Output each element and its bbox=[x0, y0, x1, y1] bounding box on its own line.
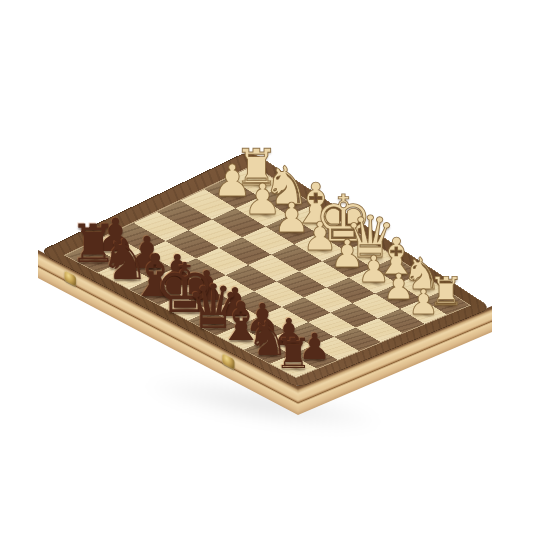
chess-set-photo: ♜♞♝♚♛♝♞♜♟♟♟♟♟♟♟♟♟♟♟♟♟♟♟♟♜♞♝♚♛♝♞♜ bbox=[0, 0, 533, 533]
brass-latch-icon bbox=[64, 270, 76, 286]
brass-latch-icon bbox=[222, 353, 234, 370]
